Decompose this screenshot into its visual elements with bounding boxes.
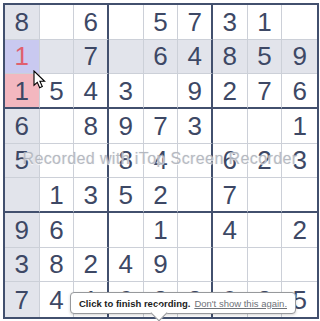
cell-r3c2[interactable]: 5 [40,74,75,109]
cell-r2c4[interactable] [109,40,144,75]
cell-r4c9[interactable]: 1 [282,109,317,144]
cell-r5c2[interactable] [40,144,75,179]
cell-r3c3[interactable]: 4 [74,74,109,109]
cell-r8c5[interactable]: 9 [144,248,179,283]
cell-r5c4[interactable]: 8 [109,144,144,179]
cell-r5c5[interactable]: 4 [144,144,179,179]
cell-r2c2[interactable] [40,40,75,75]
cell-r1c5[interactable]: 5 [144,5,179,40]
cell-r9c1[interactable]: 7 [5,282,40,317]
cell-r2c8[interactable]: 5 [248,40,283,75]
cell-r8c2[interactable]: 8 [40,248,75,283]
cell-r5c7[interactable]: 6 [213,144,248,179]
cell-r7c6[interactable] [178,213,213,248]
cell-r6c4[interactable]: 5 [109,178,144,213]
cell-r7c9[interactable]: 2 [282,213,317,248]
cell-r2c7[interactable]: 8 [213,40,248,75]
cell-r3c5[interactable] [144,74,179,109]
cell-r4c6[interactable]: 3 [178,109,213,144]
cell-r1c7[interactable]: 3 [213,5,248,40]
cell-r3c6[interactable]: 9 [178,74,213,109]
cell-r2c5[interactable]: 6 [144,40,179,75]
cell-r4c2[interactable] [40,109,75,144]
cell-r6c8[interactable] [248,178,283,213]
cell-r4c5[interactable]: 7 [144,109,179,144]
cell-r8c8[interactable] [248,248,283,283]
cell-r7c3[interactable] [74,213,109,248]
cell-r6c9[interactable] [282,178,317,213]
cell-r4c8[interactable] [248,109,283,144]
cell-r7c4[interactable] [109,213,144,248]
cell-r3c7[interactable]: 2 [213,74,248,109]
cell-r1c3[interactable]: 6 [74,5,109,40]
cell-r2c6[interactable]: 4 [178,40,213,75]
cell-r2c9[interactable]: 9 [282,40,317,75]
cell-r7c1[interactable]: 9 [5,213,40,248]
cell-r1c2[interactable] [40,5,75,40]
dont-show-again-link[interactable]: Don't show this again. [194,298,287,309]
cell-r7c7[interactable]: 4 [213,213,248,248]
tooltip-message: Click to finish recording. [79,298,190,309]
recording-tooltip: Click to finish recording. Don't show th… [70,292,296,314]
cell-r1c4[interactable] [109,5,144,40]
cell-r3c8[interactable]: 7 [248,74,283,109]
cell-r3c9[interactable]: 6 [282,74,317,109]
cell-r6c1[interactable] [5,178,40,213]
cell-r8c1[interactable]: 3 [5,248,40,283]
cell-r8c4[interactable]: 4 [109,248,144,283]
cell-r5c9[interactable]: 3 [282,144,317,179]
cell-r4c3[interactable]: 8 [74,109,109,144]
cell-r1c1[interactable]: 8 [5,5,40,40]
cell-r5c1[interactable]: 5 [5,144,40,179]
cell-r6c2[interactable]: 1 [40,178,75,213]
cell-r4c1[interactable]: 6 [5,109,40,144]
cell-r3c1[interactable]: 1 [5,74,40,109]
cell-r4c4[interactable]: 9 [109,109,144,144]
cell-r6c5[interactable]: 2 [144,178,179,213]
sudoku-board[interactable]: 8657311764859154392766897315846231352796… [3,3,319,319]
cell-r2c3[interactable]: 7 [74,40,109,75]
cell-r7c2[interactable]: 6 [40,213,75,248]
cell-r7c8[interactable] [248,213,283,248]
cell-r1c9[interactable] [282,5,317,40]
cell-r5c8[interactable]: 2 [248,144,283,179]
cell-r2c1[interactable]: 1 [5,40,40,75]
cell-r8c7[interactable] [213,248,248,283]
cell-r5c3[interactable] [74,144,109,179]
cell-r8c6[interactable] [178,248,213,283]
cell-r3c4[interactable]: 3 [109,74,144,109]
cell-r6c3[interactable]: 3 [74,178,109,213]
cell-r1c6[interactable]: 7 [178,5,213,40]
cell-r6c7[interactable]: 7 [213,178,248,213]
cell-r8c9[interactable] [282,248,317,283]
cell-r1c8[interactable]: 1 [248,5,283,40]
cell-r5c6[interactable] [178,144,213,179]
cell-r6c6[interactable] [178,178,213,213]
cell-r4c7[interactable] [213,109,248,144]
cell-r8c3[interactable]: 2 [74,248,109,283]
cell-r7c5[interactable]: 1 [144,213,179,248]
